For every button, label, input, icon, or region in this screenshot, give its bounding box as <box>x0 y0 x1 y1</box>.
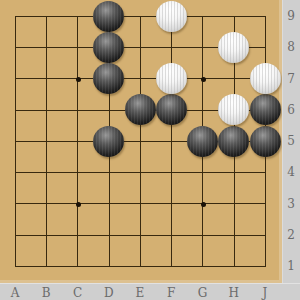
row-label-2: 2 <box>281 228 300 242</box>
column-label-D: D <box>99 286 119 300</box>
white-stone-J7 <box>250 63 281 94</box>
black-stone-F6 <box>156 94 187 125</box>
column-label-F: F <box>161 286 181 300</box>
black-stone-H5 <box>218 126 249 157</box>
black-stone-D9 <box>93 1 124 32</box>
column-label-E: E <box>130 286 150 300</box>
row-label-8: 8 <box>281 40 300 54</box>
row-label-9: 9 <box>281 9 300 23</box>
black-stone-G5 <box>187 126 218 157</box>
star-point-G7 <box>201 77 206 82</box>
row-label-5: 5 <box>281 134 300 148</box>
black-stone-D5 <box>93 126 124 157</box>
white-stone-F7 <box>156 63 187 94</box>
black-stone-D8 <box>93 32 124 63</box>
row-label-7: 7 <box>281 72 300 86</box>
go-app-screen: ABCDEFGHJ 987654321 <box>0 0 300 300</box>
column-label-A: A <box>5 286 25 300</box>
column-labels-strip: ABCDEFGHJ <box>0 283 300 300</box>
star-point-C7 <box>76 77 81 82</box>
go-board[interactable] <box>0 0 282 283</box>
column-label-J: J <box>255 286 275 300</box>
white-stone-H8 <box>218 32 249 63</box>
star-point-C3 <box>76 202 81 207</box>
column-label-B: B <box>36 286 56 300</box>
black-stone-E6 <box>125 94 156 125</box>
row-label-1: 1 <box>281 259 300 273</box>
column-label-C: C <box>68 286 88 300</box>
row-label-4: 4 <box>281 165 300 179</box>
star-point-G3 <box>201 202 206 207</box>
column-label-H: H <box>224 286 244 300</box>
white-stone-F9 <box>156 1 187 32</box>
black-stone-J6 <box>250 94 281 125</box>
row-labels-strip: 987654321 <box>282 0 300 283</box>
black-stone-J5 <box>250 126 281 157</box>
row-label-6: 6 <box>281 103 300 117</box>
column-label-G: G <box>193 286 213 300</box>
row-label-3: 3 <box>281 197 300 211</box>
